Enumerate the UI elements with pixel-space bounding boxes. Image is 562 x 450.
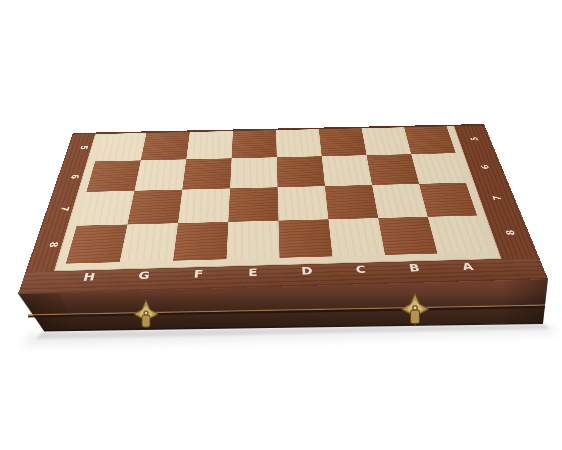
box-right-end-shade xyxy=(500,279,548,324)
rank-label-right-6: 6 xyxy=(479,165,492,170)
square-c8 xyxy=(328,218,385,256)
square-f7 xyxy=(178,188,230,223)
square-e6 xyxy=(230,157,278,188)
rank-label-right-8: 8 xyxy=(503,230,517,236)
rank-label-right-7: 7 xyxy=(491,196,504,201)
square-g7 xyxy=(127,190,182,225)
square-f8 xyxy=(173,222,228,261)
board-top-surface: HGFEDCBA 5678 5678 xyxy=(18,124,548,294)
rank-label-right-5: 5 xyxy=(469,137,481,141)
square-d6 xyxy=(277,156,325,187)
square-b5 xyxy=(362,127,412,155)
square-c6 xyxy=(322,155,372,186)
square-a5 xyxy=(404,126,456,154)
square-d8 xyxy=(278,219,332,257)
square-e8 xyxy=(226,221,279,260)
square-d7 xyxy=(278,186,329,220)
square-c5 xyxy=(319,128,367,156)
chess-grid xyxy=(66,126,490,263)
square-d5 xyxy=(276,129,322,157)
square-e5 xyxy=(232,130,277,158)
square-g5 xyxy=(141,132,190,160)
photo-stage: HGFEDCBA 5678 5678 xyxy=(0,0,562,450)
square-h5 xyxy=(95,133,146,162)
rank-label-left-8: 8 xyxy=(46,242,60,248)
square-b7 xyxy=(372,184,428,218)
square-h8 xyxy=(66,224,128,263)
square-g6 xyxy=(134,159,186,190)
square-e7 xyxy=(228,187,278,222)
square-g8 xyxy=(120,223,178,262)
square-b6 xyxy=(367,154,419,185)
square-h6 xyxy=(86,160,140,192)
square-f6 xyxy=(182,158,231,189)
rank-label-left-7: 7 xyxy=(58,206,71,211)
square-f5 xyxy=(186,131,233,159)
square-h7 xyxy=(77,191,135,226)
rank-label-left-5: 5 xyxy=(78,146,90,150)
rank-label-left-6: 6 xyxy=(69,174,82,179)
square-c7 xyxy=(325,185,378,219)
